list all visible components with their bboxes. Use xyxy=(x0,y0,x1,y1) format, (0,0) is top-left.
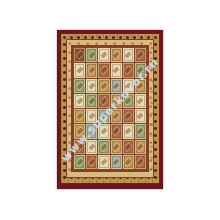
rug-panel xyxy=(111,155,122,169)
panel-motif-icon xyxy=(113,97,120,104)
panel-motif-icon xyxy=(125,67,132,74)
rug-panel xyxy=(86,109,97,123)
rug-panel xyxy=(123,63,134,77)
product-photo-canvas: www.superkovor.ru xyxy=(0,0,220,220)
panel-motif-icon xyxy=(137,113,144,120)
rug-panel xyxy=(111,48,122,62)
panel-motif-icon xyxy=(113,82,120,89)
rug-panel xyxy=(98,155,109,169)
rug-panel xyxy=(123,155,134,169)
rug-panel xyxy=(74,94,85,108)
rug-panel xyxy=(98,140,109,154)
panel-motif-icon xyxy=(113,128,120,135)
rug-panel xyxy=(111,79,122,93)
panel-motif-icon xyxy=(76,128,83,135)
panel-motif-icon xyxy=(125,82,132,89)
panel-motif-icon xyxy=(100,67,107,74)
panel-motif-icon xyxy=(76,113,83,120)
rug-panel xyxy=(135,140,146,154)
panel-motif-icon xyxy=(137,82,144,89)
rug-panel xyxy=(98,94,109,108)
panel-motif-icon xyxy=(137,143,144,150)
panel-motif-icon xyxy=(125,97,132,104)
rug-panel xyxy=(74,124,85,138)
panel-motif-icon xyxy=(137,158,144,165)
rug-panel xyxy=(98,124,109,138)
rug-panel xyxy=(86,155,97,169)
panel-motif-icon xyxy=(125,128,132,135)
rug-panel xyxy=(111,94,122,108)
panel-motif-icon xyxy=(88,143,95,150)
rug-panel xyxy=(98,79,109,93)
panel-motif-icon xyxy=(137,97,144,104)
rug-panel xyxy=(111,140,122,154)
panel-motif-icon xyxy=(76,158,83,165)
panel-motif-icon xyxy=(88,67,95,74)
rug-panel xyxy=(86,63,97,77)
panel-motif-icon xyxy=(88,128,95,135)
panel-motif-icon xyxy=(100,158,107,165)
panel-motif-icon xyxy=(100,82,107,89)
rug-panel xyxy=(135,124,146,138)
panel-motif-icon xyxy=(76,97,83,104)
rug-panel xyxy=(123,140,134,154)
panel-motif-icon xyxy=(88,52,95,59)
rug-panel xyxy=(123,94,134,108)
rug-panel xyxy=(135,79,146,93)
panel-motif-icon xyxy=(113,143,120,150)
panel-motif-icon xyxy=(88,158,95,165)
rug-photo: www.superkovor.ru xyxy=(57,30,163,189)
panel-motif-icon xyxy=(88,82,95,89)
rug-panel xyxy=(135,48,146,62)
rug-panel xyxy=(86,48,97,62)
rug-panel xyxy=(74,155,85,169)
rug-panel xyxy=(135,63,146,77)
panel-motif-icon xyxy=(76,67,83,74)
rug-panel xyxy=(74,109,85,123)
field-grid xyxy=(73,47,147,170)
panel-motif-icon xyxy=(125,158,132,165)
rug-panel xyxy=(123,124,134,138)
rug-panel xyxy=(111,109,122,123)
rug-panel xyxy=(135,109,146,123)
panel-motif-icon xyxy=(100,97,107,104)
rug-panel xyxy=(74,140,85,154)
panel-motif-icon xyxy=(100,143,107,150)
panel-motif-icon xyxy=(76,143,83,150)
panel-motif-icon xyxy=(100,113,107,120)
rug-panel xyxy=(111,63,122,77)
panel-motif-icon xyxy=(137,67,144,74)
rug-panel xyxy=(86,140,97,154)
panel-motif-icon xyxy=(125,113,132,120)
panel-motif-icon xyxy=(100,52,107,59)
rug-panel xyxy=(123,109,134,123)
panel-motif-icon xyxy=(137,52,144,59)
panel-motif-icon xyxy=(113,52,120,59)
rug-panel xyxy=(86,79,97,93)
panel-motif-icon xyxy=(100,128,107,135)
panel-motif-icon xyxy=(76,52,83,59)
panel-motif-icon xyxy=(113,158,120,165)
rug-panel xyxy=(98,48,109,62)
rug-panel xyxy=(123,79,134,93)
panel-motif-icon xyxy=(113,67,120,74)
rug-panel xyxy=(86,124,97,138)
panel-motif-icon xyxy=(113,113,120,120)
panel-motif-icon xyxy=(125,52,132,59)
panel-motif-icon xyxy=(125,143,132,150)
rug-panel xyxy=(74,63,85,77)
rug-panel xyxy=(123,48,134,62)
rug-panel xyxy=(86,94,97,108)
panel-motif-icon xyxy=(137,128,144,135)
panel-motif-icon xyxy=(76,82,83,89)
rug-panel xyxy=(111,124,122,138)
rug-panel xyxy=(74,48,85,62)
panel-motif-icon xyxy=(88,97,95,104)
panel-motif-icon xyxy=(88,113,95,120)
rug-panel xyxy=(135,94,146,108)
rug-panel xyxy=(98,109,109,123)
rug-panel xyxy=(98,63,109,77)
rug-panel xyxy=(74,79,85,93)
rug-panel xyxy=(135,155,146,169)
